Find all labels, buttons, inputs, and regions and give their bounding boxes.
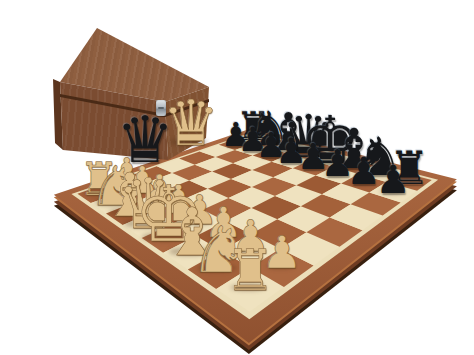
white-rook-glyph: ♜	[225, 243, 276, 299]
black-pawn-glyph: ♟	[376, 161, 411, 200]
chess-set-photo: ♜♞♝♛♚♝♞♜♟♟♟♟♟♟♟♟♟♟♟♟♟♟♟♟♜♞♝♛♚♝♞♜♛♛	[0, 0, 474, 355]
